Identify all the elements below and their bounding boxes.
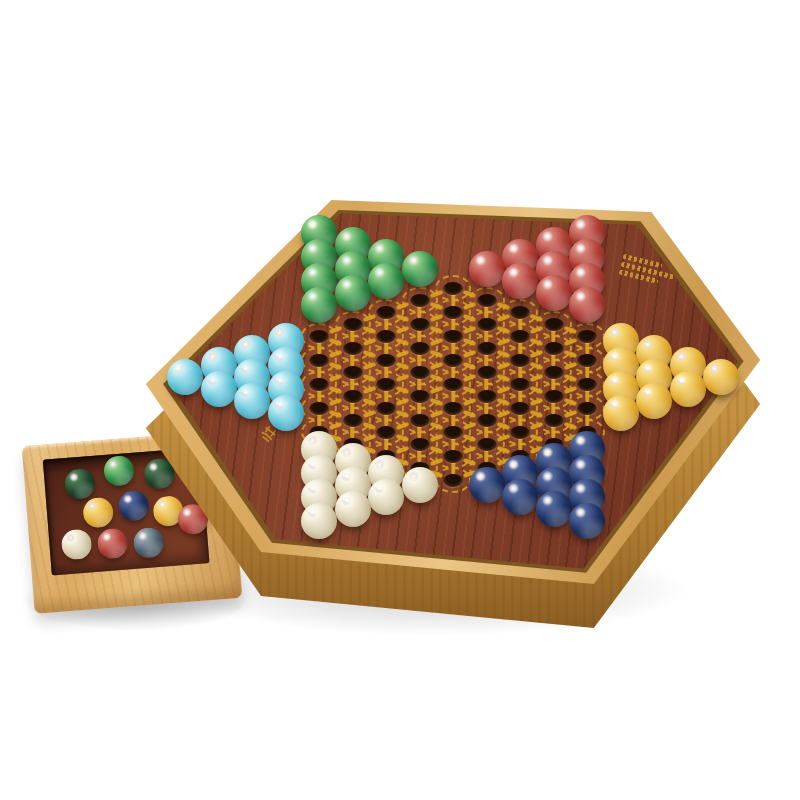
board-hole[interactable] <box>477 414 497 427</box>
hexagonal-board <box>133 188 773 588</box>
green-marble[interactable] <box>368 263 404 299</box>
board-hole[interactable] <box>343 414 363 427</box>
inlay-spoke <box>418 305 422 318</box>
inlay-spoke <box>351 377 355 390</box>
board-hole[interactable] <box>477 342 497 355</box>
board-hole[interactable] <box>443 330 463 343</box>
board-hole[interactable] <box>544 390 564 403</box>
inlay-spoke <box>518 317 522 330</box>
board-hole[interactable] <box>510 354 530 367</box>
inlay-spoke <box>552 401 556 414</box>
inlay-spoke <box>485 401 489 414</box>
board-hole[interactable] <box>544 318 564 331</box>
yellow-marble[interactable] <box>603 395 639 431</box>
inlay-spoke <box>518 437 522 450</box>
board-hole[interactable] <box>443 426 463 439</box>
board-hole[interactable] <box>343 366 363 379</box>
board-hole[interactable] <box>477 294 497 307</box>
board-hole[interactable] <box>343 390 363 403</box>
board-hole[interactable] <box>309 402 329 415</box>
inlay-spoke <box>518 413 522 426</box>
inlay-spoke <box>552 353 556 366</box>
board-hole[interactable] <box>309 378 329 391</box>
inlay-spoke <box>317 389 321 402</box>
inlay-spoke <box>451 437 455 450</box>
inlay-spoke <box>384 413 388 426</box>
inlay-spoke <box>351 353 355 366</box>
inlay-spoke <box>485 353 489 366</box>
teal-marble[interactable] <box>201 371 237 407</box>
board-hole[interactable] <box>443 450 463 463</box>
navy-marble[interactable] <box>536 491 572 527</box>
inlay-spoke <box>384 317 388 330</box>
board-hole[interactable] <box>309 330 329 343</box>
yellow-marble[interactable] <box>703 359 739 395</box>
board-hole[interactable] <box>376 426 396 439</box>
yellow-marble-in-tray[interactable] <box>82 496 114 528</box>
inlay-spoke <box>585 413 589 426</box>
board-hole[interactable] <box>510 306 530 319</box>
clear-marble[interactable] <box>335 491 371 527</box>
board-hole[interactable] <box>510 378 530 391</box>
board-hole[interactable] <box>410 438 430 451</box>
board-hole[interactable] <box>443 474 463 487</box>
inlay-spoke <box>418 401 422 414</box>
board-hole[interactable] <box>343 318 363 331</box>
board-hole[interactable] <box>577 378 597 391</box>
board-hole[interactable] <box>309 354 329 367</box>
inlay-spoke <box>384 389 388 402</box>
product-photo <box>0 0 800 800</box>
navy-marble[interactable] <box>469 467 505 503</box>
inlay-spoke <box>518 365 522 378</box>
inlay-spoke <box>451 341 455 354</box>
inlay-spoke <box>384 437 388 450</box>
inlay-spoke <box>351 329 355 342</box>
green-marble[interactable] <box>402 251 438 287</box>
hole-grid <box>133 188 773 588</box>
board-hole[interactable] <box>577 402 597 415</box>
board-hole[interactable] <box>376 330 396 343</box>
board-hole[interactable] <box>410 294 430 307</box>
inlay-spoke <box>351 425 355 438</box>
red-marble[interactable] <box>502 263 538 299</box>
inlay-spoke <box>552 329 556 342</box>
board-hole[interactable] <box>410 390 430 403</box>
red-marble[interactable] <box>469 251 505 287</box>
inlay-spoke <box>518 341 522 354</box>
inlay-spoke <box>552 377 556 390</box>
board-hole[interactable] <box>544 342 564 355</box>
clear-marble-in-tray[interactable] <box>60 528 92 560</box>
clear-marble[interactable] <box>301 503 337 539</box>
inlay-spoke <box>485 425 489 438</box>
board-hole[interactable] <box>410 318 430 331</box>
board-hole[interactable] <box>376 354 396 367</box>
board-hole[interactable] <box>410 366 430 379</box>
board-hole[interactable] <box>443 282 463 295</box>
inlay-spoke <box>384 365 388 378</box>
navy-marble[interactable] <box>502 479 538 515</box>
inlay-spoke <box>418 329 422 342</box>
inlay-spoke <box>317 365 321 378</box>
board-hole[interactable] <box>477 366 497 379</box>
board-hole[interactable] <box>376 306 396 319</box>
teal-marble[interactable] <box>268 395 304 431</box>
inlay-spoke <box>351 401 355 414</box>
board-hole[interactable] <box>443 402 463 415</box>
inlay-spoke <box>518 389 522 402</box>
inlay-spoke <box>317 413 321 426</box>
red-marble[interactable] <box>536 275 572 311</box>
board-hole[interactable] <box>477 318 497 331</box>
green-marble[interactable] <box>301 287 337 323</box>
board-hole[interactable] <box>510 330 530 343</box>
navy-marble[interactable] <box>569 503 605 539</box>
inlay-spoke <box>384 341 388 354</box>
dark-green-marble-in-tray[interactable] <box>64 468 96 500</box>
inlay-spoke <box>451 461 455 474</box>
inlay-spoke <box>451 365 455 378</box>
yellow-marble[interactable] <box>670 371 706 407</box>
inlay-spoke <box>585 365 589 378</box>
inlay-spoke <box>451 389 455 402</box>
board-hole[interactable] <box>577 354 597 367</box>
inlay-spoke <box>451 317 455 330</box>
board-hole[interactable] <box>477 438 497 451</box>
board-hole[interactable] <box>477 390 497 403</box>
inlay-spoke <box>485 329 489 342</box>
board-hole[interactable] <box>577 330 597 343</box>
board-hole[interactable] <box>410 414 430 427</box>
inlay-spoke <box>418 377 422 390</box>
board-hole[interactable] <box>376 402 396 415</box>
red-marble[interactable] <box>569 287 605 323</box>
inlay-spoke <box>418 425 422 438</box>
board-hole[interactable] <box>343 342 363 355</box>
inlay-spoke <box>485 305 489 318</box>
inlay-spoke <box>317 341 321 354</box>
inlay-spoke <box>451 413 455 426</box>
inlay-spoke <box>552 425 556 438</box>
board-hole[interactable] <box>510 426 530 439</box>
inlay-spoke <box>418 449 422 462</box>
inlay-spoke <box>585 341 589 354</box>
board-hole[interactable] <box>443 306 463 319</box>
board-hole[interactable] <box>376 378 396 391</box>
teal-marble[interactable] <box>167 359 203 395</box>
board-hole[interactable] <box>443 378 463 391</box>
red-marble-in-tray[interactable] <box>97 527 129 559</box>
inlay-spoke <box>585 389 589 402</box>
clear-marble[interactable] <box>402 467 438 503</box>
green-marble[interactable] <box>335 275 371 311</box>
board-hole[interactable] <box>410 342 430 355</box>
teal-marble[interactable] <box>234 383 270 419</box>
board-hole[interactable] <box>544 414 564 427</box>
board-hole[interactable] <box>544 366 564 379</box>
board-hole[interactable] <box>510 402 530 415</box>
inlay-spoke <box>485 377 489 390</box>
board-hole[interactable] <box>443 354 463 367</box>
yellow-marble[interactable] <box>636 383 672 419</box>
inlay-spoke <box>485 449 489 462</box>
green-marble-in-tray[interactable] <box>103 455 135 487</box>
inlay-spoke <box>451 293 455 306</box>
clear-marble[interactable] <box>368 479 404 515</box>
inlay-spoke <box>418 353 422 366</box>
